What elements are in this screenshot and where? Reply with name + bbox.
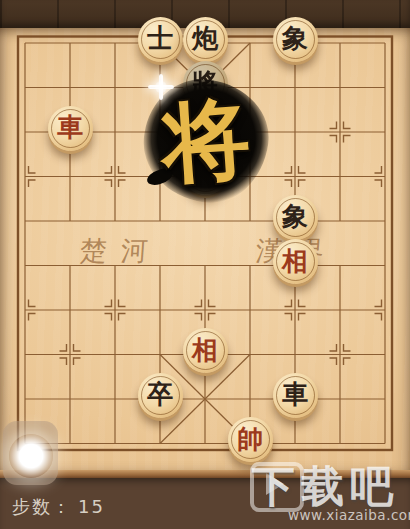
- piece-glyph: 車: [282, 381, 308, 407]
- glow-orb-button[interactable]: [3, 421, 58, 485]
- piece-glyph: 相: [282, 248, 308, 274]
- piece-black-advisor[interactable]: 士: [138, 17, 183, 62]
- piece-red-elephant[interactable]: 相: [273, 239, 318, 284]
- piece-glyph: 炮: [192, 25, 218, 51]
- piece-black-cannon[interactable]: 炮: [183, 17, 228, 62]
- piece-glyph: 車: [57, 114, 83, 140]
- glow-orb-icon: [9, 434, 53, 478]
- piece-black-elephant[interactable]: 象: [273, 17, 318, 62]
- step-counter-value: 15: [78, 496, 105, 517]
- piece-glyph: 相: [192, 337, 218, 363]
- piece-glyph: 帥: [237, 426, 263, 452]
- piece-red-general[interactable]: 帥: [228, 417, 273, 462]
- step-counter: 步数：15: [12, 495, 105, 519]
- piece-red-elephant[interactable]: 相: [183, 328, 228, 373]
- piece-black-elephant[interactable]: 象: [273, 195, 318, 240]
- piece-red-chariot[interactable]: 車: [48, 106, 93, 151]
- sparkle-effect-icon: [148, 74, 174, 100]
- river-label-left: 楚河: [75, 233, 168, 269]
- piece-glyph: 象: [282, 203, 308, 229]
- step-counter-label: 步数：: [12, 496, 72, 517]
- piece-glyph: 士: [147, 25, 173, 51]
- piece-black-soldier[interactable]: 卒: [138, 373, 183, 418]
- piece-glyph: 卒: [147, 381, 173, 407]
- piece-black-chariot[interactable]: 車: [273, 373, 318, 418]
- piece-glyph: 象: [282, 25, 308, 51]
- watermark-url: www.xiazaiba.com: [288, 507, 410, 523]
